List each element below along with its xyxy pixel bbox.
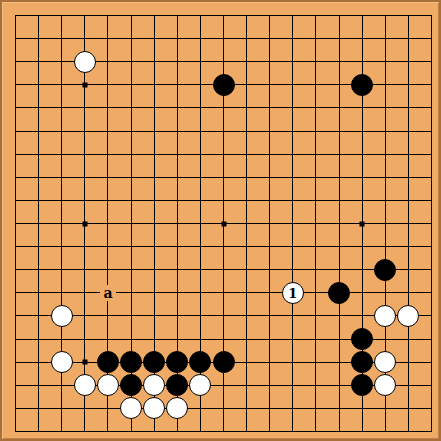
black-stone — [120, 351, 142, 373]
white-stone — [74, 51, 96, 73]
white-stone — [97, 374, 119, 396]
star-point — [221, 221, 226, 226]
black-stone — [143, 351, 165, 373]
white-stone — [166, 397, 188, 419]
black-stone — [351, 328, 373, 350]
point-label-a: a — [100, 285, 116, 301]
black-stone — [166, 351, 188, 373]
board-grid: a1 — [15, 15, 432, 432]
move-number-label: 1 — [288, 286, 297, 299]
white-stone — [143, 374, 165, 396]
black-stone — [351, 374, 373, 396]
white-stone — [51, 305, 73, 327]
white-stone — [120, 397, 142, 419]
white-stone — [374, 374, 396, 396]
star-point — [360, 221, 365, 226]
white-stone — [397, 305, 419, 327]
star-point — [82, 82, 87, 87]
white-stone — [74, 374, 96, 396]
black-stone — [189, 351, 211, 373]
star-point — [82, 221, 87, 226]
black-stone — [374, 259, 396, 281]
white-stone — [143, 397, 165, 419]
go-board: a1 — [0, 0, 441, 441]
white-stone — [189, 374, 211, 396]
black-stone — [351, 351, 373, 373]
black-stone — [166, 374, 188, 396]
white-stone — [374, 305, 396, 327]
black-stone — [120, 374, 142, 396]
white-stone — [374, 351, 396, 373]
star-point — [82, 360, 87, 365]
black-stone — [213, 351, 235, 373]
black-stone — [351, 74, 373, 96]
white-stone — [51, 351, 73, 373]
black-stone — [213, 74, 235, 96]
black-stone — [328, 282, 350, 304]
black-stone — [97, 351, 119, 373]
